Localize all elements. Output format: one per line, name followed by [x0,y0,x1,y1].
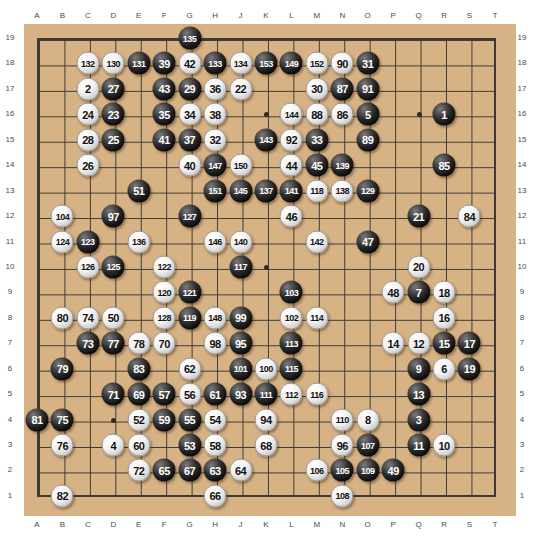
coordinate-label: 2 [513,465,531,475]
white-stone-44: 44 [280,154,303,177]
black-stone-127: 127 [178,205,201,228]
coordinate-label: 9 [1,287,19,297]
black-stone-81: 81 [26,408,49,431]
coordinate-label: N [333,11,351,21]
white-stone-104: 104 [51,205,74,228]
coordinate-label: 3 [1,440,19,450]
black-stone-47: 47 [356,230,379,253]
white-stone-94: 94 [254,408,277,431]
black-stone-135: 135 [178,27,201,50]
white-stone-30: 30 [305,77,328,100]
coordinate-label: K [257,11,275,21]
black-stone-101: 101 [229,357,252,380]
black-stone-131: 131 [127,52,150,75]
black-stone-19: 19 [458,357,481,380]
coordinate-label: 19 [513,33,531,43]
coordinate-label: R [435,520,453,530]
coordinate-label: R [435,11,453,21]
coordinate-label: 8 [1,313,19,323]
black-stone-99: 99 [229,306,252,329]
black-stone-97: 97 [102,205,125,228]
black-stone-59: 59 [153,408,176,431]
white-stone-22: 22 [229,77,252,100]
white-stone-56: 56 [178,383,201,406]
coordinate-label: 10 [1,262,19,272]
coordinate-label: B [53,520,71,530]
black-stone-23: 23 [102,103,125,126]
coordinate-label: 7 [1,338,19,348]
white-stone-134: 134 [229,52,252,75]
white-stone-144: 144 [280,103,303,126]
coordinate-label: 5 [1,389,19,399]
coordinate-label: 11 [1,237,19,247]
black-stone-83: 83 [127,357,150,380]
black-stone-103: 103 [280,281,303,304]
white-stone-24: 24 [76,103,99,126]
black-stone-41: 41 [153,128,176,151]
black-stone-25: 25 [102,128,125,151]
black-stone-37: 37 [178,128,201,151]
coordinate-label: 13 [1,186,19,196]
white-stone-80: 80 [51,306,74,329]
white-stone-110: 110 [331,408,354,431]
white-stone-108: 108 [331,484,354,507]
white-stone-92: 92 [280,128,303,151]
white-stone-122: 122 [153,255,176,278]
black-stone-49: 49 [382,459,405,482]
white-stone-150: 150 [229,154,252,177]
coordinate-label: 17 [513,84,531,94]
white-stone-72: 72 [127,459,150,482]
coordinate-label: 17 [1,84,19,94]
coordinate-label: G [181,520,199,530]
black-stone-33: 33 [305,128,328,151]
white-stone-152: 152 [305,52,328,75]
coordinate-label: 15 [1,135,19,145]
black-stone-95: 95 [229,332,252,355]
black-stone-67: 67 [178,459,201,482]
white-stone-34: 34 [178,103,201,126]
white-stone-86: 86 [331,103,354,126]
black-stone-133: 133 [204,52,227,75]
white-stone-32: 32 [204,128,227,151]
black-stone-5: 5 [356,103,379,126]
coordinate-label: 12 [1,211,19,221]
black-stone-137: 137 [254,179,277,202]
white-stone-18: 18 [433,281,456,304]
white-stone-10: 10 [433,434,456,457]
white-stone-148: 148 [204,306,227,329]
coordinate-label: 6 [513,364,531,374]
black-stone-119: 119 [178,306,201,329]
white-stone-74: 74 [76,306,99,329]
black-stone-115: 115 [280,357,303,380]
black-stone-91: 91 [356,77,379,100]
black-stone-85: 85 [433,154,456,177]
coordinate-label: 8 [513,313,531,323]
black-stone-31: 31 [356,52,379,75]
black-stone-69: 69 [127,383,150,406]
star-point [264,112,269,117]
coordinate-label: 4 [1,415,19,425]
white-stone-78: 78 [127,332,150,355]
black-stone-65: 65 [153,459,176,482]
white-stone-20: 20 [407,255,430,278]
black-stone-125: 125 [102,255,125,278]
black-stone-153: 153 [254,52,277,75]
black-stone-45: 45 [305,154,328,177]
coordinate-label: T [486,11,504,21]
black-stone-43: 43 [153,77,176,100]
coordinate-label: M [308,520,326,530]
coordinate-label: 18 [513,58,531,68]
coordinate-label: K [257,520,275,530]
coordinate-label: C [79,520,97,530]
coordinate-label: E [130,520,148,530]
white-stone-28: 28 [76,128,99,151]
star-point [417,112,422,117]
black-stone-55: 55 [178,408,201,431]
goban[interactable]: 1234567891011121314151617181920212223242… [24,24,516,516]
star-point [111,418,116,423]
white-stone-116: 116 [305,383,328,406]
coordinate-label: 16 [1,109,19,119]
black-stone-147: 147 [204,154,227,177]
white-stone-84: 84 [458,205,481,228]
white-stone-124: 124 [51,230,74,253]
black-stone-27: 27 [102,77,125,100]
coordinate-label: B [53,11,71,21]
black-stone-107: 107 [356,434,379,457]
black-stone-149: 149 [280,52,303,75]
black-stone-29: 29 [178,77,201,100]
black-stone-11: 11 [407,434,430,457]
coordinate-label: 13 [513,186,531,196]
white-stone-66: 66 [204,484,227,507]
white-stone-82: 82 [51,484,74,507]
white-stone-112: 112 [280,383,303,406]
black-stone-123: 123 [76,230,99,253]
black-stone-1: 1 [433,103,456,126]
white-stone-118: 118 [305,179,328,202]
white-stone-2: 2 [76,77,99,100]
white-stone-64: 64 [229,459,252,482]
black-stone-87: 87 [331,77,354,100]
black-stone-35: 35 [153,103,176,126]
white-stone-60: 60 [127,434,150,457]
black-stone-113: 113 [280,332,303,355]
white-stone-52: 52 [127,408,150,431]
white-stone-42: 42 [178,52,201,75]
white-stone-12: 12 [407,332,430,355]
white-stone-138: 138 [331,179,354,202]
coordinate-label: N [333,520,351,530]
coordinate-label: D [104,520,122,530]
black-stone-57: 57 [153,383,176,406]
coordinate-label: 4 [513,415,531,425]
coordinate-label: H [206,520,224,530]
coordinate-label: F [155,520,173,530]
coordinate-label: A [28,520,46,530]
white-stone-132: 132 [76,52,99,75]
coordinate-label: Q [410,11,428,21]
white-stone-136: 136 [127,230,150,253]
white-stone-88: 88 [305,103,328,126]
coordinate-label: 9 [513,287,531,297]
white-stone-128: 128 [153,306,176,329]
black-stone-89: 89 [356,128,379,151]
white-stone-16: 16 [433,306,456,329]
black-stone-73: 73 [76,332,99,355]
coordinate-label: C [79,11,97,21]
coordinate-label: J [232,520,250,530]
black-stone-139: 139 [331,154,354,177]
coordinate-label: M [308,11,326,21]
coordinate-label: O [359,520,377,530]
white-stone-114: 114 [305,306,328,329]
white-stone-54: 54 [204,408,227,431]
coordinate-label: 3 [513,440,531,450]
white-stone-126: 126 [76,255,99,278]
black-stone-17: 17 [458,332,481,355]
white-stone-130: 130 [102,52,125,75]
white-stone-106: 106 [305,459,328,482]
coordinate-label: P [384,520,402,530]
white-stone-6: 6 [433,357,456,380]
coordinate-label: H [206,11,224,21]
black-stone-77: 77 [102,332,125,355]
coordinate-label: 10 [513,262,531,272]
white-stone-142: 142 [305,230,328,253]
white-stone-70: 70 [153,332,176,355]
black-stone-109: 109 [356,459,379,482]
white-stone-102: 102 [280,306,303,329]
coordinate-label: T [486,520,504,530]
white-stone-38: 38 [204,103,227,126]
black-stone-51: 51 [127,179,150,202]
white-stone-4: 4 [102,434,125,457]
coordinate-label: 14 [1,160,19,170]
coordinate-label: S [460,520,478,530]
black-stone-145: 145 [229,179,252,202]
white-stone-100: 100 [254,357,277,380]
coordinate-label: 11 [513,237,531,247]
coordinate-label: G [181,11,199,21]
coordinate-label: Q [410,520,428,530]
black-stone-111: 111 [254,383,277,406]
coordinate-label: 1 [513,491,531,501]
white-stone-58: 58 [204,434,227,457]
white-stone-68: 68 [254,434,277,457]
coordinate-label: L [282,11,300,21]
black-stone-15: 15 [433,332,456,355]
black-stone-61: 61 [204,383,227,406]
coordinate-label: 6 [1,364,19,374]
coordinate-label: 12 [513,211,531,221]
white-stone-90: 90 [331,52,354,75]
black-stone-93: 93 [229,383,252,406]
white-stone-50: 50 [102,306,125,329]
coordinate-label: S [460,11,478,21]
black-stone-121: 121 [178,281,201,304]
black-stone-151: 151 [204,179,227,202]
white-stone-146: 146 [204,230,227,253]
black-stone-129: 129 [356,179,379,202]
black-stone-71: 71 [102,383,125,406]
white-stone-40: 40 [178,154,201,177]
black-stone-79: 79 [51,357,74,380]
black-stone-105: 105 [331,459,354,482]
coordinate-label: P [384,11,402,21]
coordinate-label: J [232,11,250,21]
coordinate-label: O [359,11,377,21]
black-stone-117: 117 [229,255,252,278]
white-stone-46: 46 [280,205,303,228]
coordinate-label: 14 [513,160,531,170]
white-stone-76: 76 [51,434,74,457]
black-stone-75: 75 [51,408,74,431]
black-stone-53: 53 [178,434,201,457]
coordinate-label: 1 [1,491,19,501]
black-stone-39: 39 [153,52,176,75]
coordinate-label: 5 [513,389,531,399]
coordinate-label: F [155,11,173,21]
black-stone-13: 13 [407,383,430,406]
coordinate-label: 7 [513,338,531,348]
black-stone-141: 141 [280,179,303,202]
black-stone-3: 3 [407,408,430,431]
white-stone-14: 14 [382,332,405,355]
coordinate-label: 16 [513,109,531,119]
white-stone-8: 8 [356,408,379,431]
white-stone-98: 98 [204,332,227,355]
black-stone-7: 7 [407,281,430,304]
coordinate-label: D [104,11,122,21]
coordinate-label: 19 [1,33,19,43]
white-stone-96: 96 [331,434,354,457]
coordinate-label: 18 [1,58,19,68]
go-game-diagram: 1234567891011121314151617181920212223242… [0,0,540,540]
star-point [264,265,269,270]
white-stone-36: 36 [204,77,227,100]
coordinate-label: E [130,11,148,21]
black-stone-21: 21 [407,205,430,228]
white-stone-62: 62 [178,357,201,380]
coordinate-label: A [28,11,46,21]
black-stone-63: 63 [204,459,227,482]
coordinate-label: 2 [1,465,19,475]
white-stone-48: 48 [382,281,405,304]
white-stone-26: 26 [76,154,99,177]
coordinate-label: 15 [513,135,531,145]
black-stone-143: 143 [254,128,277,151]
white-stone-120: 120 [153,281,176,304]
black-stone-9: 9 [407,357,430,380]
white-stone-140: 140 [229,230,252,253]
coordinate-label: L [282,520,300,530]
